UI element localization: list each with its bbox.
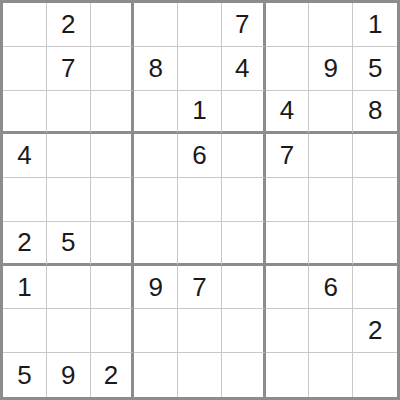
empty-cell-r6c5[interactable] xyxy=(178,222,222,266)
empty-cell-r4c9[interactable] xyxy=(353,134,397,178)
empty-cell-r6c3[interactable] xyxy=(91,222,135,266)
given-cell-r1c6: 7 xyxy=(222,3,266,47)
empty-cell-r3c3[interactable] xyxy=(91,91,135,135)
empty-cell-r1c1[interactable] xyxy=(3,3,47,47)
empty-cell-r3c6[interactable] xyxy=(222,91,266,135)
empty-cell-r2c1[interactable] xyxy=(3,47,47,91)
empty-cell-r3c2[interactable] xyxy=(47,91,91,135)
empty-cell-r6c9[interactable] xyxy=(353,222,397,266)
given-cell-r4c7: 7 xyxy=(266,134,310,178)
empty-cell-r9c8[interactable] xyxy=(309,353,353,397)
empty-cell-r2c5[interactable] xyxy=(178,47,222,91)
given-cell-r7c1: 1 xyxy=(3,266,47,310)
given-cell-r2c8: 9 xyxy=(309,47,353,91)
empty-cell-r1c3[interactable] xyxy=(91,3,135,47)
empty-cell-r8c8[interactable] xyxy=(309,309,353,353)
given-cell-r1c2: 2 xyxy=(47,3,91,47)
given-cell-r6c1: 2 xyxy=(3,222,47,266)
empty-cell-r6c4[interactable] xyxy=(134,222,178,266)
empty-cell-r5c2[interactable] xyxy=(47,178,91,222)
empty-cell-r7c2[interactable] xyxy=(47,266,91,310)
given-cell-r2c4: 8 xyxy=(134,47,178,91)
empty-cell-r7c7[interactable] xyxy=(266,266,310,310)
given-cell-r4c1: 4 xyxy=(3,134,47,178)
empty-cell-r7c9[interactable] xyxy=(353,266,397,310)
given-cell-r6c2: 5 xyxy=(47,222,91,266)
given-cell-r7c4: 9 xyxy=(134,266,178,310)
empty-cell-r6c8[interactable] xyxy=(309,222,353,266)
empty-cell-r5c1[interactable] xyxy=(3,178,47,222)
given-cell-r3c7: 4 xyxy=(266,91,310,135)
given-cell-r3c5: 1 xyxy=(178,91,222,135)
empty-cell-r8c3[interactable] xyxy=(91,309,135,353)
given-cell-r2c2: 7 xyxy=(47,47,91,91)
empty-cell-r9c6[interactable] xyxy=(222,353,266,397)
empty-cell-r8c5[interactable] xyxy=(178,309,222,353)
empty-cell-r1c8[interactable] xyxy=(309,3,353,47)
given-cell-r3c9: 8 xyxy=(353,91,397,135)
empty-cell-r6c7[interactable] xyxy=(266,222,310,266)
empty-cell-r2c7[interactable] xyxy=(266,47,310,91)
empty-cell-r5c5[interactable] xyxy=(178,178,222,222)
empty-cell-r8c2[interactable] xyxy=(47,309,91,353)
empty-cell-r3c1[interactable] xyxy=(3,91,47,135)
empty-cell-r4c6[interactable] xyxy=(222,134,266,178)
empty-cell-r5c6[interactable] xyxy=(222,178,266,222)
given-cell-r7c8: 6 xyxy=(309,266,353,310)
empty-cell-r1c5[interactable] xyxy=(178,3,222,47)
empty-cell-r7c6[interactable] xyxy=(222,266,266,310)
given-cell-r9c3: 2 xyxy=(91,353,135,397)
empty-cell-r3c4[interactable] xyxy=(134,91,178,135)
given-cell-r1c9: 1 xyxy=(353,3,397,47)
empty-cell-r2c3[interactable] xyxy=(91,47,135,91)
empty-cell-r5c8[interactable] xyxy=(309,178,353,222)
given-cell-r7c5: 7 xyxy=(178,266,222,310)
given-cell-r2c9: 5 xyxy=(353,47,397,91)
empty-cell-r8c4[interactable] xyxy=(134,309,178,353)
given-cell-r4c5: 6 xyxy=(178,134,222,178)
given-cell-r9c2: 9 xyxy=(47,353,91,397)
empty-cell-r4c2[interactable] xyxy=(47,134,91,178)
empty-cell-r4c4[interactable] xyxy=(134,134,178,178)
empty-cell-r9c5[interactable] xyxy=(178,353,222,397)
empty-cell-r6c6[interactable] xyxy=(222,222,266,266)
empty-cell-r8c1[interactable] xyxy=(3,309,47,353)
empty-cell-r5c7[interactable] xyxy=(266,178,310,222)
empty-cell-r4c3[interactable] xyxy=(91,134,135,178)
empty-cell-r1c7[interactable] xyxy=(266,3,310,47)
empty-cell-r9c9[interactable] xyxy=(353,353,397,397)
empty-cell-r5c3[interactable] xyxy=(91,178,135,222)
empty-cell-r9c7[interactable] xyxy=(266,353,310,397)
empty-cell-r8c6[interactable] xyxy=(222,309,266,353)
given-cell-r2c6: 4 xyxy=(222,47,266,91)
empty-cell-r5c4[interactable] xyxy=(134,178,178,222)
empty-cell-r4c8[interactable] xyxy=(309,134,353,178)
given-cell-r9c1: 5 xyxy=(3,353,47,397)
empty-cell-r3c8[interactable] xyxy=(309,91,353,135)
empty-cell-r5c9[interactable] xyxy=(353,178,397,222)
empty-cell-r1c4[interactable] xyxy=(134,3,178,47)
empty-cell-r8c7[interactable] xyxy=(266,309,310,353)
given-cell-r8c9: 2 xyxy=(353,309,397,353)
sudoku-board: 271784951484672519762592 xyxy=(0,0,400,400)
empty-cell-r7c3[interactable] xyxy=(91,266,135,310)
empty-cell-r9c4[interactable] xyxy=(134,353,178,397)
